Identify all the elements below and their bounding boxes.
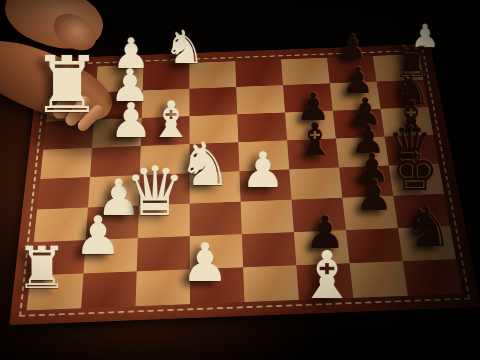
chess-board (9, 44, 480, 325)
video-still-chess-scene: ♟♟♞♟♜♟♟♞♜♟♟♝♟♝♟♝♛♟♞♟♚♟♟♛♞♟♟♟♜♝ (0, 0, 480, 360)
player-left-hand (0, 0, 110, 59)
board-light-sheen (9, 44, 480, 325)
player-left-hand-knuckles (47, 6, 103, 58)
